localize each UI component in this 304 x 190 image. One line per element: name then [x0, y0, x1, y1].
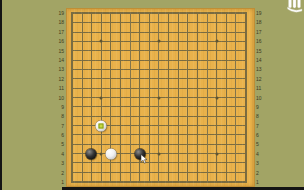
row-label-left: 12 — [48, 76, 64, 82]
row-label-right: 2 — [256, 170, 272, 176]
star-point — [216, 96, 219, 99]
star-point — [158, 96, 161, 99]
row-label-left: 6 — [48, 132, 64, 138]
row-label-right: 7 — [256, 123, 272, 129]
app-window: 19181716151413121110987654321 1918171615… — [0, 0, 304, 190]
last-move-square-marker — [99, 123, 104, 128]
row-label-right: 19 — [256, 10, 272, 16]
row-label-left: 15 — [48, 48, 64, 54]
star-point — [158, 152, 161, 155]
row-label-right: 10 — [256, 95, 272, 101]
row-label-left: 19 — [48, 10, 64, 16]
row-label-right: 17 — [256, 29, 272, 35]
window-left-border — [0, 0, 2, 190]
row-label-right: 6 — [256, 132, 272, 138]
mouse-cursor-icon — [140, 154, 148, 164]
stone-black-C4 — [86, 148, 97, 159]
stone-white-D7 — [96, 120, 107, 131]
row-label-right: 4 — [256, 151, 272, 157]
go-board[interactable] — [66, 8, 255, 187]
row-label-right: 13 — [256, 66, 272, 72]
star-point — [100, 40, 103, 43]
row-label-left: 10 — [48, 95, 64, 101]
row-label-left: 16 — [48, 38, 64, 44]
star-point — [216, 40, 219, 43]
row-label-right: 14 — [256, 57, 272, 63]
row-label-left: 17 — [48, 29, 64, 35]
row-label-right: 16 — [256, 38, 272, 44]
hand-icon[interactable] — [286, 0, 304, 14]
row-label-right: 12 — [256, 76, 272, 82]
row-label-left: 9 — [48, 104, 64, 110]
row-label-right: 11 — [256, 85, 272, 91]
row-label-left: 1 — [48, 179, 64, 185]
row-label-left: 14 — [48, 57, 64, 63]
row-label-right: 8 — [256, 113, 272, 119]
row-label-left: 2 — [48, 170, 64, 176]
star-point — [100, 96, 103, 99]
stone-white-E4 — [105, 148, 116, 159]
row-label-right: 1 — [256, 179, 272, 185]
row-label-left: 3 — [48, 160, 64, 166]
row-label-left: 13 — [48, 66, 64, 72]
row-label-right: 9 — [256, 104, 272, 110]
row-label-left: 4 — [48, 151, 64, 157]
row-label-left: 18 — [48, 19, 64, 25]
row-label-right: 5 — [256, 141, 272, 147]
star-point — [216, 152, 219, 155]
row-label-left: 8 — [48, 113, 64, 119]
row-label-left: 7 — [48, 123, 64, 129]
row-label-left: 11 — [48, 85, 64, 91]
star-point — [100, 152, 103, 155]
board-overlay — [72, 13, 246, 182]
row-label-right: 15 — [256, 48, 272, 54]
star-point — [158, 40, 161, 43]
window-bottom-border — [62, 187, 304, 190]
row-label-right: 3 — [256, 160, 272, 166]
row-label-left: 5 — [48, 141, 64, 147]
row-label-right: 18 — [256, 19, 272, 25]
